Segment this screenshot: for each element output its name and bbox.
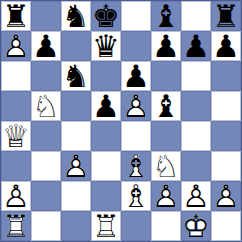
square-e3[interactable]: ♝♗ bbox=[121, 151, 151, 181]
white-pawn-icon: ♟♙ bbox=[181, 181, 211, 211]
square-g4[interactable] bbox=[181, 121, 211, 151]
white-pawn-icon: ♟♙ bbox=[1, 31, 31, 61]
square-a6[interactable] bbox=[1, 61, 31, 91]
white-pawn-icon: ♟♙ bbox=[121, 91, 151, 121]
square-d4[interactable] bbox=[91, 121, 121, 151]
square-c6[interactable]: ♞ bbox=[61, 61, 91, 91]
black-rook-icon: ♜ bbox=[211, 1, 241, 31]
square-f3[interactable]: ♞♘ bbox=[151, 151, 181, 181]
square-b4[interactable] bbox=[31, 121, 61, 151]
chess-board-frame: ♜♞♚♝♜♟♙♟♛♟♟♟♞♟♞♘♟♟♙♝♛♕♟♙♝♗♞♘♟♙♝♗♟♙♟♙♟♙♜♖… bbox=[0, 0, 242, 242]
white-rook-icon: ♜♖ bbox=[91, 211, 121, 241]
square-g6[interactable] bbox=[181, 61, 211, 91]
square-f2[interactable]: ♟♙ bbox=[151, 181, 181, 211]
square-f5[interactable]: ♝ bbox=[151, 91, 181, 121]
square-h1[interactable] bbox=[211, 211, 241, 241]
black-king-icon: ♚ bbox=[91, 1, 121, 31]
white-bishop-icon: ♝♗ bbox=[121, 181, 151, 211]
white-knight-icon: ♞♘ bbox=[31, 91, 61, 121]
black-rook-icon: ♜ bbox=[1, 1, 31, 31]
square-a7[interactable]: ♟♙ bbox=[1, 31, 31, 61]
square-d5[interactable]: ♟ bbox=[91, 91, 121, 121]
square-c4[interactable] bbox=[61, 121, 91, 151]
square-g8[interactable] bbox=[181, 1, 211, 31]
square-a1[interactable]: ♜♖ bbox=[1, 211, 31, 241]
white-pawn-icon: ♟♙ bbox=[151, 181, 181, 211]
square-a3[interactable] bbox=[1, 151, 31, 181]
square-b6[interactable] bbox=[31, 61, 61, 91]
square-b2[interactable] bbox=[31, 181, 61, 211]
square-g5[interactable] bbox=[181, 91, 211, 121]
square-e2[interactable]: ♝♗ bbox=[121, 181, 151, 211]
square-d2[interactable] bbox=[91, 181, 121, 211]
square-c7[interactable] bbox=[61, 31, 91, 61]
square-h4[interactable] bbox=[211, 121, 241, 151]
square-f4[interactable] bbox=[151, 121, 181, 151]
square-a8[interactable]: ♜ bbox=[1, 1, 31, 31]
square-d6[interactable] bbox=[91, 61, 121, 91]
black-bishop-icon: ♝ bbox=[151, 1, 181, 31]
black-pawn-icon: ♟ bbox=[31, 31, 61, 61]
square-c3[interactable]: ♟♙ bbox=[61, 151, 91, 181]
square-a4[interactable]: ♛♕ bbox=[1, 121, 31, 151]
square-f7[interactable]: ♟ bbox=[151, 31, 181, 61]
square-c8[interactable]: ♞ bbox=[61, 1, 91, 31]
square-c2[interactable] bbox=[61, 181, 91, 211]
square-h7[interactable]: ♟ bbox=[211, 31, 241, 61]
black-pawn-icon: ♟ bbox=[211, 31, 241, 61]
chess-board: ♜♞♚♝♜♟♙♟♛♟♟♟♞♟♞♘♟♟♙♝♛♕♟♙♝♗♞♘♟♙♝♗♟♙♟♙♟♙♜♖… bbox=[1, 1, 241, 241]
square-e7[interactable] bbox=[121, 31, 151, 61]
black-pawn-icon: ♟ bbox=[121, 61, 151, 91]
square-h6[interactable] bbox=[211, 61, 241, 91]
square-c1[interactable] bbox=[61, 211, 91, 241]
square-d1[interactable]: ♜♖ bbox=[91, 211, 121, 241]
square-g2[interactable]: ♟♙ bbox=[181, 181, 211, 211]
square-h3[interactable] bbox=[211, 151, 241, 181]
square-d7[interactable]: ♛ bbox=[91, 31, 121, 61]
square-e8[interactable] bbox=[121, 1, 151, 31]
white-pawn-icon: ♟♙ bbox=[61, 151, 91, 181]
white-pawn-icon: ♟♙ bbox=[211, 181, 241, 211]
white-pawn-icon: ♟♙ bbox=[1, 181, 31, 211]
square-c5[interactable] bbox=[61, 91, 91, 121]
square-b7[interactable]: ♟ bbox=[31, 31, 61, 61]
square-h2[interactable]: ♟♙ bbox=[211, 181, 241, 211]
square-g7[interactable]: ♟ bbox=[181, 31, 211, 61]
square-d8[interactable]: ♚ bbox=[91, 1, 121, 31]
square-e4[interactable] bbox=[121, 121, 151, 151]
square-e1[interactable] bbox=[121, 211, 151, 241]
square-a2[interactable]: ♟♙ bbox=[1, 181, 31, 211]
square-f1[interactable] bbox=[151, 211, 181, 241]
square-b8[interactable] bbox=[31, 1, 61, 31]
black-pawn-icon: ♟ bbox=[151, 31, 181, 61]
square-e6[interactable]: ♟ bbox=[121, 61, 151, 91]
square-b5[interactable]: ♞♘ bbox=[31, 91, 61, 121]
square-a5[interactable] bbox=[1, 91, 31, 121]
white-rook-icon: ♜♖ bbox=[1, 211, 31, 241]
square-b3[interactable] bbox=[31, 151, 61, 181]
white-bishop-icon: ♝♗ bbox=[121, 151, 151, 181]
square-f8[interactable]: ♝ bbox=[151, 1, 181, 31]
square-h8[interactable]: ♜ bbox=[211, 1, 241, 31]
black-knight-icon: ♞ bbox=[61, 1, 91, 31]
white-knight-icon: ♞♘ bbox=[151, 151, 181, 181]
square-b1[interactable] bbox=[31, 211, 61, 241]
white-queen-icon: ♛♕ bbox=[1, 121, 31, 151]
square-g3[interactable] bbox=[181, 151, 211, 181]
square-d3[interactable] bbox=[91, 151, 121, 181]
black-bishop-icon: ♝ bbox=[151, 91, 181, 121]
white-king-icon: ♚♔ bbox=[181, 211, 211, 241]
black-knight-icon: ♞ bbox=[61, 61, 91, 91]
square-e5[interactable]: ♟♙ bbox=[121, 91, 151, 121]
black-pawn-icon: ♟ bbox=[91, 91, 121, 121]
square-g1[interactable]: ♚♔ bbox=[181, 211, 211, 241]
black-queen-icon: ♛ bbox=[91, 31, 121, 61]
black-pawn-icon: ♟ bbox=[181, 31, 211, 61]
square-h5[interactable] bbox=[211, 91, 241, 121]
square-f6[interactable] bbox=[151, 61, 181, 91]
